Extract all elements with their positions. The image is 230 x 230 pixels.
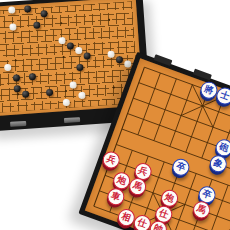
go-stone-black[interactable] bbox=[29, 73, 36, 80]
go-stone-black[interactable] bbox=[46, 89, 53, 96]
go-stone-white[interactable] bbox=[4, 63, 11, 70]
go-stone-black[interactable] bbox=[13, 74, 20, 81]
go-stone-black[interactable] bbox=[22, 90, 29, 97]
go-stone-black[interactable] bbox=[116, 55, 123, 62]
product-photo-scene: 將士馬砲車象卒卒兵兵炮馬炮馬車仕相仕帥 bbox=[0, 0, 230, 230]
go-stone-black[interactable] bbox=[67, 42, 74, 49]
go-stone-black[interactable] bbox=[40, 10, 47, 17]
go-case-hinge bbox=[10, 121, 26, 127]
go-case-hinge bbox=[64, 117, 80, 123]
